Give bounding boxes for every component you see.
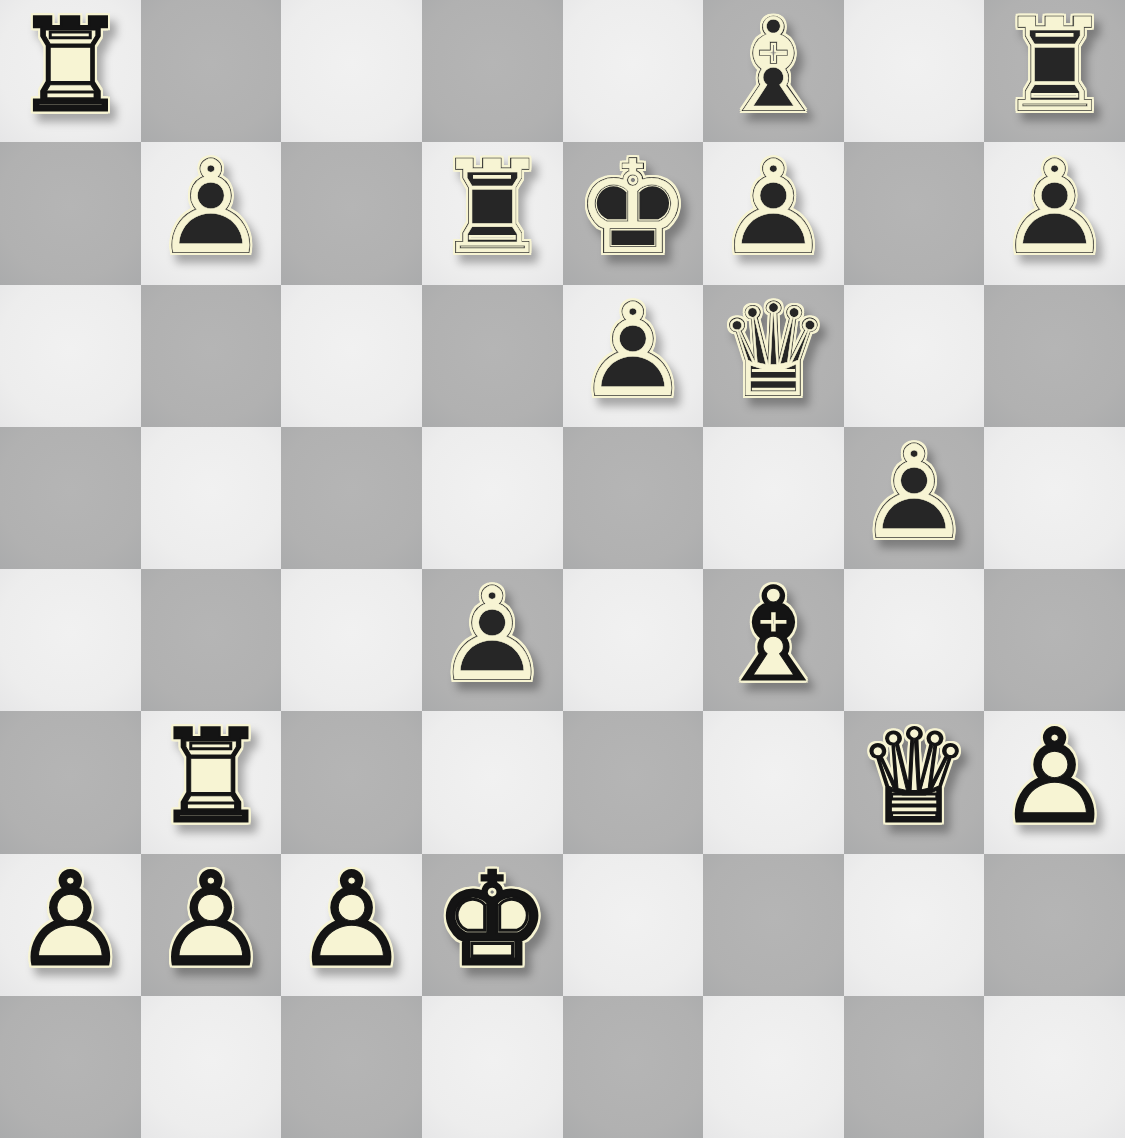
black-king[interactable]: ♚♔ [563,142,704,284]
square-h7[interactable]: ♟♙ [984,142,1125,284]
pawn-detail-glyph: ♙ [294,856,409,984]
white-pawn[interactable]: ♟♙ [141,854,282,996]
square-c7[interactable] [281,142,422,284]
chess-board: ♜♖♝♗♜♖♟♙♜♖♚♔♟♙♟♙♟♙♛♕♟♙♟♙♝♗♜♖♛♕♟♙♟♙♟♙♟♙♚♔ [0,0,1125,1138]
square-b6[interactable] [141,285,282,427]
pawn-detail-glyph: ♙ [716,144,831,272]
square-c5[interactable] [281,427,422,569]
square-f8[interactable]: ♝♗ [703,0,844,142]
square-f3[interactable] [703,711,844,853]
square-f7[interactable]: ♟♙ [703,142,844,284]
square-g8[interactable] [844,0,985,142]
square-g5[interactable]: ♟♙ [844,427,985,569]
white-pawn[interactable]: ♟♙ [984,711,1125,853]
square-e4[interactable] [563,569,704,711]
square-g1[interactable] [844,996,985,1138]
square-e6[interactable]: ♟♙ [563,285,704,427]
black-rook[interactable]: ♜♖ [984,0,1125,142]
square-a6[interactable] [0,285,141,427]
black-bishop[interactable]: ♝♗ [703,0,844,142]
rook-detail-glyph: ♖ [435,144,550,272]
bishop-detail-glyph: ♗ [716,571,831,699]
black-pawn[interactable]: ♟♙ [563,285,704,427]
square-c8[interactable] [281,0,422,142]
square-d6[interactable] [422,285,563,427]
black-pawn[interactable]: ♟♙ [141,142,282,284]
pawn-detail-glyph: ♙ [154,144,269,272]
pawn-detail-glyph: ♙ [575,287,690,415]
square-d7[interactable]: ♜♖ [422,142,563,284]
pawn-detail-glyph: ♙ [435,571,550,699]
square-d8[interactable] [422,0,563,142]
bishop-detail-glyph: ♗ [716,2,831,130]
pawn-detail-glyph: ♙ [997,144,1112,272]
square-c2[interactable]: ♟♙ [281,854,422,996]
white-pawn[interactable]: ♟♙ [281,854,422,996]
white-rook[interactable]: ♜♖ [0,0,141,142]
white-rook[interactable]: ♜♖ [141,711,282,853]
square-a7[interactable] [0,142,141,284]
square-e5[interactable] [563,427,704,569]
black-pawn[interactable]: ♟♙ [703,142,844,284]
square-e8[interactable] [563,0,704,142]
square-h4[interactable] [984,569,1125,711]
square-h6[interactable] [984,285,1125,427]
square-a3[interactable] [0,711,141,853]
king-detail-glyph: ♔ [435,856,550,984]
square-e2[interactable] [563,854,704,996]
pawn-detail-glyph: ♙ [997,713,1112,841]
pawn-detail-glyph: ♙ [857,429,972,557]
square-b8[interactable] [141,0,282,142]
rook-detail-glyph: ♖ [997,2,1112,130]
rook-detail-glyph: ♖ [13,2,128,130]
square-d1[interactable] [422,996,563,1138]
square-h2[interactable] [984,854,1125,996]
queen-detail-glyph: ♕ [716,287,831,415]
square-a4[interactable] [0,569,141,711]
white-queen[interactable]: ♛♕ [844,711,985,853]
square-c4[interactable] [281,569,422,711]
rook-detail-glyph: ♖ [154,713,269,841]
square-d5[interactable] [422,427,563,569]
square-g7[interactable] [844,142,985,284]
square-f2[interactable] [703,854,844,996]
square-h3[interactable]: ♟♙ [984,711,1125,853]
black-rook[interactable]: ♜♖ [422,142,563,284]
queen-detail-glyph: ♕ [857,713,972,841]
black-queen[interactable]: ♛♕ [703,285,844,427]
square-b2[interactable]: ♟♙ [141,854,282,996]
square-f1[interactable] [703,996,844,1138]
square-g2[interactable] [844,854,985,996]
white-pawn[interactable]: ♟♙ [0,854,141,996]
square-c3[interactable] [281,711,422,853]
square-d3[interactable] [422,711,563,853]
square-a1[interactable] [0,996,141,1138]
king-detail-glyph: ♔ [575,144,690,272]
square-h1[interactable] [984,996,1125,1138]
pawn-detail-glyph: ♙ [154,856,269,984]
square-a5[interactable] [0,427,141,569]
square-f4[interactable]: ♝♗ [703,569,844,711]
square-c6[interactable] [281,285,422,427]
square-f5[interactable] [703,427,844,569]
square-e7[interactable]: ♚♔ [563,142,704,284]
black-pawn[interactable]: ♟♙ [984,142,1125,284]
square-e3[interactable] [563,711,704,853]
square-e1[interactable] [563,996,704,1138]
square-h5[interactable] [984,427,1125,569]
black-pawn[interactable]: ♟♙ [844,427,985,569]
square-b7[interactable]: ♟♙ [141,142,282,284]
square-a2[interactable]: ♟♙ [0,854,141,996]
white-bishop[interactable]: ♝♗ [703,569,844,711]
black-pawn[interactable]: ♟♙ [422,569,563,711]
square-f6[interactable]: ♛♕ [703,285,844,427]
square-b3[interactable]: ♜♖ [141,711,282,853]
square-g6[interactable] [844,285,985,427]
square-b1[interactable] [141,996,282,1138]
square-h8[interactable]: ♜♖ [984,0,1125,142]
white-king[interactable]: ♚♔ [422,854,563,996]
square-g4[interactable] [844,569,985,711]
square-d4[interactable]: ♟♙ [422,569,563,711]
square-b4[interactable] [141,569,282,711]
square-d2[interactable]: ♚♔ [422,854,563,996]
pawn-detail-glyph: ♙ [13,856,128,984]
square-g3[interactable]: ♛♕ [844,711,985,853]
square-a8[interactable]: ♜♖ [0,0,141,142]
square-b5[interactable] [141,427,282,569]
square-c1[interactable] [281,996,422,1138]
